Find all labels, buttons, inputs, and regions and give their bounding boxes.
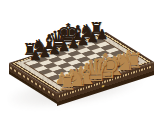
chess-set-photo: ♜♞♟♝♟♚♟♛♟♝♟♞♟♜♟♟♟♟♜♟♞♟♝♟♚♟♛♟♝♟♞♜ (0, 0, 166, 120)
brass-clasp (102, 84, 105, 87)
